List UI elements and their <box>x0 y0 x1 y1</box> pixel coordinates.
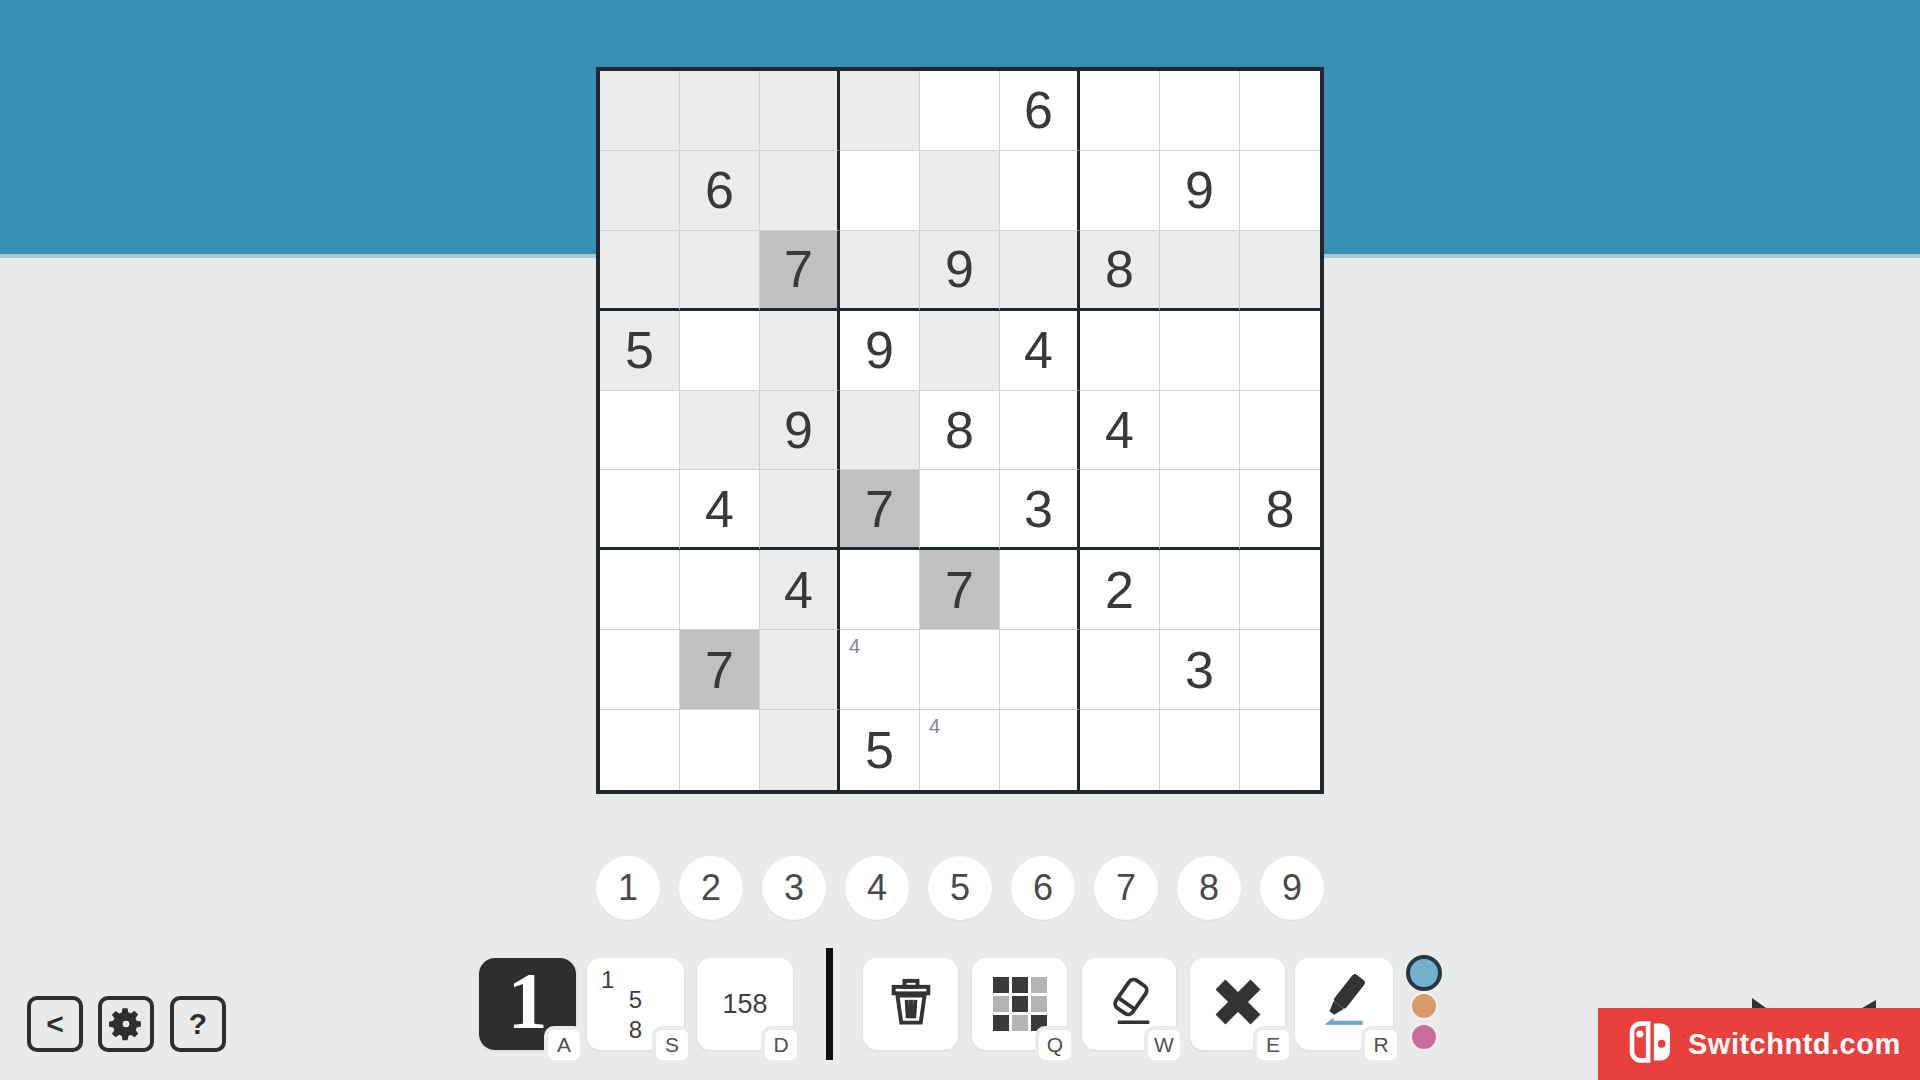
cell-r1c8[interactable] <box>1160 71 1240 151</box>
cell-r8c8[interactable]: 3 <box>1160 630 1240 710</box>
cell-r4c6[interactable]: 4 <box>1000 311 1080 391</box>
cell-r5c5[interactable]: 8 <box>920 391 1000 471</box>
back-button[interactable]: < <box>27 996 83 1052</box>
watermark-text: Switchntd.com <box>1688 1028 1901 1061</box>
help-button[interactable]: ? <box>170 996 226 1052</box>
cell-r7c5[interactable]: 7 <box>920 550 1000 630</box>
cell-r7c9[interactable] <box>1240 550 1320 630</box>
cell-r7c6[interactable] <box>1000 550 1080 630</box>
color-marker-orange[interactable] <box>1410 992 1438 1020</box>
gear-icon <box>107 1005 145 1043</box>
cell-r8c2[interactable]: 7 <box>680 630 760 710</box>
numpad-button-4[interactable]: 4 <box>845 856 909 920</box>
cell-r5c1[interactable] <box>600 391 680 471</box>
cell-r3c2[interactable] <box>680 231 760 311</box>
cell-r9c9[interactable] <box>1240 710 1320 790</box>
cell-r7c8[interactable] <box>1160 550 1240 630</box>
cell-r9c6[interactable] <box>1000 710 1080 790</box>
redo-button-tip[interactable] <box>1862 1000 1876 1008</box>
numpad-button-6[interactable]: 6 <box>1011 856 1075 920</box>
question-mark-icon: ? <box>189 1007 207 1041</box>
cell-r4c4[interactable]: 9 <box>840 311 920 391</box>
trash-button[interactable] <box>863 958 958 1050</box>
cell-r4c1[interactable]: 5 <box>600 311 680 391</box>
center-notes-mode-button[interactable]: 158 D <box>697 958 793 1050</box>
numpad-button-9[interactable]: 9 <box>1260 856 1324 920</box>
shortcut-badge-q: Q <box>1035 1026 1075 1064</box>
undo-button-tip[interactable] <box>1752 998 1766 1008</box>
cell-r8c5[interactable] <box>920 630 1000 710</box>
numpad-button-8[interactable]: 8 <box>1177 856 1241 920</box>
cell-r6c8[interactable] <box>1160 470 1240 550</box>
cell-r3c4[interactable] <box>840 231 920 311</box>
cell-r3c5[interactable]: 9 <box>920 231 1000 311</box>
cell-r2c9[interactable] <box>1240 151 1320 231</box>
pencil-mark: 4 <box>929 715 940 738</box>
corner-note-5: 5 <box>629 986 642 1014</box>
cell-r7c1[interactable] <box>600 550 680 630</box>
shortcut-badge-r: R <box>1361 1026 1401 1064</box>
eraser-button[interactable]: W <box>1082 958 1176 1050</box>
cell-r5c4[interactable] <box>840 391 920 471</box>
cell-r9c1[interactable] <box>600 710 680 790</box>
corner-note-8: 8 <box>629 1016 642 1044</box>
cell-r1c9[interactable] <box>1240 71 1320 151</box>
cell-r8c3[interactable] <box>760 630 840 710</box>
cell-r8c9[interactable] <box>1240 630 1320 710</box>
cell-r4c3[interactable] <box>760 311 840 391</box>
selected-digit: 1 <box>508 961 548 1041</box>
cell-r6c6[interactable]: 3 <box>1000 470 1080 550</box>
numpad-button-5[interactable]: 5 <box>928 856 992 920</box>
numpad-button-1[interactable]: 1 <box>596 856 660 920</box>
cell-r1c4[interactable] <box>840 71 920 151</box>
cell-r8c1[interactable] <box>600 630 680 710</box>
digit-mode-button[interactable]: 1 A <box>479 958 576 1050</box>
cell-r5c2[interactable] <box>680 391 760 471</box>
pencil-mark: 4 <box>849 635 860 658</box>
numpad-button-7[interactable]: 7 <box>1094 856 1158 920</box>
shortcut-badge-d: D <box>761 1026 801 1064</box>
cell-r3c1[interactable] <box>600 231 680 311</box>
cell-r3c3[interactable]: 7 <box>760 231 840 311</box>
cell-r4c2[interactable] <box>680 311 760 391</box>
cell-r7c7[interactable]: 2 <box>1080 550 1160 630</box>
cell-r3c7[interactable]: 8 <box>1080 231 1160 311</box>
corner-note-1: 1 <box>601 966 614 994</box>
color-marker-blue[interactable] <box>1406 955 1442 991</box>
cell-r4c7[interactable] <box>1080 311 1160 391</box>
shortcut-badge-e: E <box>1253 1026 1293 1064</box>
cell-r5c6[interactable] <box>1000 391 1080 471</box>
settings-button[interactable] <box>98 996 154 1052</box>
cell-r5c8[interactable] <box>1160 391 1240 471</box>
cell-r1c3[interactable] <box>760 71 840 151</box>
number-pad: 123456789 <box>596 856 1324 922</box>
cell-r2c5[interactable] <box>920 151 1000 231</box>
cell-r8c6[interactable] <box>1000 630 1080 710</box>
numpad-button-2[interactable]: 2 <box>679 856 743 920</box>
cell-r2c6[interactable] <box>1000 151 1080 231</box>
cell-r1c1[interactable] <box>600 71 680 151</box>
shortcut-badge-s: S <box>652 1026 692 1064</box>
cell-r5c9[interactable] <box>1240 391 1320 471</box>
cell-r8c4[interactable]: 4 <box>840 630 920 710</box>
cell-r2c3[interactable] <box>760 151 840 231</box>
cell-r1c2[interactable] <box>680 71 760 151</box>
cell-r6c1[interactable] <box>600 470 680 550</box>
nintendo-switch-logo-icon <box>1628 1019 1674 1069</box>
corner-notes-mode-button[interactable]: 1 5 8 S <box>587 958 684 1050</box>
x-mark-icon <box>1210 974 1266 1034</box>
sudoku-board: 669798594984473847274354 <box>596 67 1324 794</box>
cell-r2c2[interactable]: 6 <box>680 151 760 231</box>
cell-r4c8[interactable] <box>1160 311 1240 391</box>
marker-pen-icon <box>1316 974 1372 1034</box>
cell-r7c4[interactable] <box>840 550 920 630</box>
cell-r1c6[interactable]: 6 <box>1000 71 1080 151</box>
marker-button[interactable]: R <box>1295 958 1393 1050</box>
cell-r3c8[interactable] <box>1160 231 1240 311</box>
toolbar-divider <box>826 948 833 1060</box>
cell-r9c7[interactable] <box>1080 710 1160 790</box>
cell-r6c7[interactable] <box>1080 470 1160 550</box>
cell-r2c7[interactable] <box>1080 151 1160 231</box>
cell-r9c4[interactable]: 5 <box>840 710 920 790</box>
center-notes-value: 158 <box>722 989 767 1020</box>
cell-r1c5[interactable] <box>920 71 1000 151</box>
cell-r3c6[interactable] <box>1000 231 1080 311</box>
auto-notes-button[interactable]: Q <box>972 958 1067 1050</box>
clear-button[interactable]: E <box>1190 958 1285 1050</box>
cell-r4c5[interactable] <box>920 311 1000 391</box>
shortcut-badge-w: W <box>1144 1026 1184 1064</box>
cell-r2c8[interactable]: 9 <box>1160 151 1240 231</box>
cell-r9c8[interactable] <box>1160 710 1240 790</box>
cell-r2c1[interactable] <box>600 151 680 231</box>
notes-grid-icon <box>993 977 1047 1031</box>
shortcut-badge-a: A <box>544 1026 584 1064</box>
back-chevron-icon: < <box>46 1007 64 1041</box>
cell-r6c3[interactable] <box>760 470 840 550</box>
cell-r3c9[interactable] <box>1240 231 1320 311</box>
cell-r4c9[interactable] <box>1240 311 1320 391</box>
cell-r9c5[interactable]: 4 <box>920 710 1000 790</box>
cell-r8c7[interactable] <box>1080 630 1160 710</box>
cell-r2c4[interactable] <box>840 151 920 231</box>
cell-r6c4[interactable]: 7 <box>840 470 920 550</box>
cell-r1c7[interactable] <box>1080 71 1160 151</box>
trash-icon <box>885 976 937 1032</box>
cell-r7c2[interactable] <box>680 550 760 630</box>
cell-r6c2[interactable]: 4 <box>680 470 760 550</box>
cell-r5c7[interactable]: 4 <box>1080 391 1160 471</box>
cell-r9c3[interactable] <box>760 710 840 790</box>
color-marker-pink[interactable] <box>1410 1023 1438 1051</box>
cell-r9c2[interactable] <box>680 710 760 790</box>
cell-r6c5[interactable] <box>920 470 1000 550</box>
cell-r5c3[interactable]: 9 <box>760 391 840 471</box>
watermark-banner: Switchntd.com <box>1598 1008 1920 1080</box>
numpad-button-3[interactable]: 3 <box>762 856 826 920</box>
eraser-icon <box>1102 975 1156 1033</box>
cell-r7c3[interactable]: 4 <box>760 550 840 630</box>
cell-r6c9[interactable]: 8 <box>1240 470 1320 550</box>
